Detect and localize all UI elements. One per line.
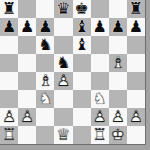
- piece-black-pawn[interactable]: ♟: [0, 18, 18, 36]
- square-e1[interactable]: [73, 126, 91, 144]
- square-c7[interactable]: ♟: [36, 18, 54, 36]
- piece-white-knight[interactable]: ♞: [91, 90, 109, 108]
- piece-black-queen[interactable]: ♛: [54, 0, 72, 18]
- square-c4[interactable]: ♝: [36, 72, 54, 90]
- square-b2[interactable]: ♟: [18, 108, 36, 126]
- piece-white-bishop[interactable]: ♝: [36, 72, 54, 90]
- piece-black-knight[interactable]: ♞: [36, 36, 54, 54]
- piece-black-rook[interactable]: ♜: [127, 0, 145, 18]
- piece-white-pawn[interactable]: ♟: [109, 108, 127, 126]
- square-h1[interactable]: [127, 126, 145, 144]
- piece-black-pawn[interactable]: ♟: [91, 18, 109, 36]
- square-g8[interactable]: [109, 0, 127, 18]
- square-f6[interactable]: [91, 36, 109, 54]
- square-e2[interactable]: [73, 108, 91, 126]
- square-b5[interactable]: [18, 54, 36, 72]
- piece-black-bishop[interactable]: ♝: [73, 18, 91, 36]
- square-h2[interactable]: ♟: [127, 108, 145, 126]
- piece-white-bishop[interactable]: ♝: [109, 54, 127, 72]
- piece-black-pawn[interactable]: ♟: [18, 18, 36, 36]
- piece-black-king[interactable]: ♚: [73, 0, 91, 18]
- square-d6[interactable]: [54, 36, 72, 54]
- piece-white-pawn[interactable]: ♟: [0, 108, 18, 126]
- square-c1[interactable]: [36, 126, 54, 144]
- piece-white-knight[interactable]: ♞: [36, 90, 54, 108]
- square-f7[interactable]: ♟: [91, 18, 109, 36]
- square-d5[interactable]: ♞: [54, 54, 72, 72]
- square-h7[interactable]: ♟: [127, 18, 145, 36]
- piece-black-pawn[interactable]: ♟: [109, 18, 127, 36]
- square-e4[interactable]: [73, 72, 91, 90]
- square-h3[interactable]: [127, 90, 145, 108]
- square-a8[interactable]: ♜: [0, 0, 18, 18]
- square-h8[interactable]: ♜: [127, 0, 145, 18]
- square-h6[interactable]: [127, 36, 145, 54]
- square-h5[interactable]: [127, 54, 145, 72]
- square-b3[interactable]: [18, 90, 36, 108]
- chess-diagram: ♜♛♚♜♟♟♟♝♟♟♟♞♝♞♝♝♟♞♞♟♟♟♟♟♜♛♜♚: [0, 0, 150, 150]
- piece-white-pawn[interactable]: ♟: [91, 108, 109, 126]
- square-c8[interactable]: [36, 0, 54, 18]
- piece-white-pawn[interactable]: ♟: [127, 108, 145, 126]
- square-g5[interactable]: ♝: [109, 54, 127, 72]
- square-g1[interactable]: ♚: [109, 126, 127, 144]
- square-c3[interactable]: ♞: [36, 90, 54, 108]
- piece-white-rook[interactable]: ♜: [0, 126, 18, 144]
- square-g7[interactable]: ♟: [109, 18, 127, 36]
- piece-white-rook[interactable]: ♜: [91, 126, 109, 144]
- piece-black-pawn[interactable]: ♟: [36, 18, 54, 36]
- piece-white-queen[interactable]: ♛: [54, 126, 72, 144]
- square-d4[interactable]: ♟: [54, 72, 72, 90]
- piece-black-bishop[interactable]: ♝: [73, 36, 91, 54]
- square-g3[interactable]: [109, 90, 127, 108]
- square-g4[interactable]: [109, 72, 127, 90]
- chess-board: ♜♛♚♜♟♟♟♝♟♟♟♞♝♞♝♝♟♞♞♟♟♟♟♟♜♛♜♚: [0, 0, 146, 145]
- square-g6[interactable]: [109, 36, 127, 54]
- square-e6[interactable]: ♝: [73, 36, 91, 54]
- square-f2[interactable]: ♟: [91, 108, 109, 126]
- square-f1[interactable]: ♜: [91, 126, 109, 144]
- square-e3[interactable]: [73, 90, 91, 108]
- square-d7[interactable]: [54, 18, 72, 36]
- square-e8[interactable]: ♚: [73, 0, 91, 18]
- square-d1[interactable]: ♛: [54, 126, 72, 144]
- square-d2[interactable]: [54, 108, 72, 126]
- square-a2[interactable]: ♟: [0, 108, 18, 126]
- square-h4[interactable]: [127, 72, 145, 90]
- square-d8[interactable]: ♛: [54, 0, 72, 18]
- piece-black-pawn[interactable]: ♟: [127, 18, 145, 36]
- square-f8[interactable]: [91, 0, 109, 18]
- square-f5[interactable]: [91, 54, 109, 72]
- square-e7[interactable]: ♝: [73, 18, 91, 36]
- square-b4[interactable]: [18, 72, 36, 90]
- square-e5[interactable]: [73, 54, 91, 72]
- square-a1[interactable]: ♜: [0, 126, 18, 144]
- square-a7[interactable]: ♟: [0, 18, 18, 36]
- piece-white-pawn[interactable]: ♟: [18, 108, 36, 126]
- square-b1[interactable]: [18, 126, 36, 144]
- square-c2[interactable]: [36, 108, 54, 126]
- square-a4[interactable]: [0, 72, 18, 90]
- piece-black-knight[interactable]: ♞: [54, 54, 72, 72]
- square-f3[interactable]: ♞: [91, 90, 109, 108]
- square-b6[interactable]: [18, 36, 36, 54]
- square-f4[interactable]: [91, 72, 109, 90]
- piece-white-pawn[interactable]: ♟: [54, 72, 72, 90]
- piece-white-king[interactable]: ♚: [109, 126, 127, 144]
- square-b8[interactable]: [18, 0, 36, 18]
- square-a3[interactable]: [0, 90, 18, 108]
- piece-black-rook[interactable]: ♜: [0, 0, 18, 18]
- square-g2[interactable]: ♟: [109, 108, 127, 126]
- square-d3[interactable]: [54, 90, 72, 108]
- square-c6[interactable]: ♞: [36, 36, 54, 54]
- square-c5[interactable]: [36, 54, 54, 72]
- square-a5[interactable]: [0, 54, 18, 72]
- square-b7[interactable]: ♟: [18, 18, 36, 36]
- square-a6[interactable]: [0, 36, 18, 54]
